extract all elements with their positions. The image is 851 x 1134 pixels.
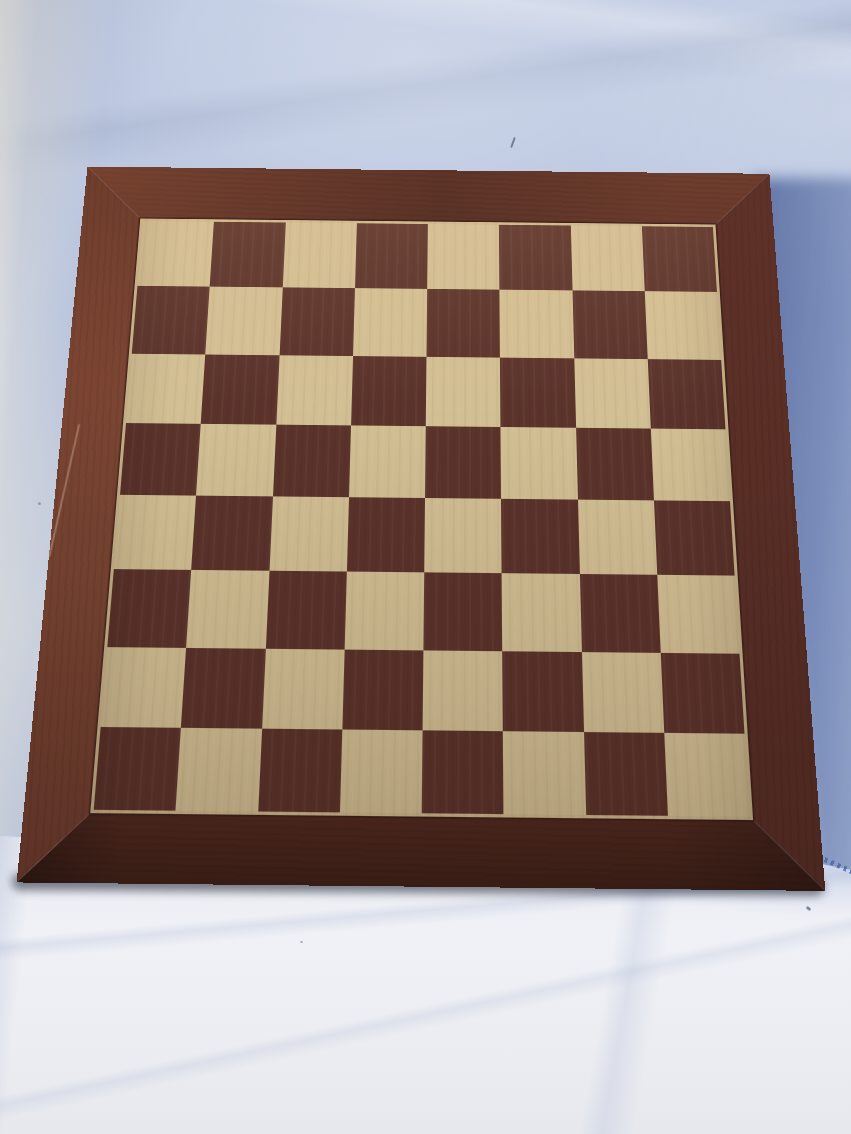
square-b8 — [210, 222, 285, 288]
square-c1 — [258, 728, 342, 812]
square-c7 — [279, 288, 355, 356]
square-e8 — [427, 224, 499, 290]
square-f5 — [501, 427, 578, 500]
square-h2 — [660, 652, 744, 733]
square-c8 — [282, 223, 356, 289]
lint-speck — [300, 941, 303, 943]
square-g8 — [570, 226, 644, 292]
square-a1 — [94, 727, 181, 811]
square-g1 — [584, 732, 668, 816]
square-h1 — [664, 733, 750, 817]
square-e7 — [426, 289, 500, 357]
square-a8 — [137, 221, 214, 287]
square-b5 — [196, 424, 276, 497]
scene — [0, 0, 851, 1134]
square-f7 — [500, 290, 574, 358]
square-d2 — [342, 649, 423, 730]
square-f4 — [501, 499, 579, 574]
square-e5 — [425, 426, 501, 499]
chessboard — [17, 167, 826, 891]
square-d6 — [351, 356, 427, 426]
square-c2 — [262, 648, 345, 729]
square-c6 — [276, 355, 353, 425]
square-g4 — [577, 500, 657, 575]
square-a2 — [101, 647, 187, 728]
square-e6 — [426, 356, 501, 426]
square-g7 — [572, 291, 647, 359]
square-e4 — [424, 498, 502, 573]
square-e2 — [423, 650, 503, 731]
square-a3 — [107, 569, 191, 647]
square-h8 — [642, 226, 717, 292]
square-f8 — [499, 225, 572, 291]
square-c4 — [269, 496, 349, 571]
lint-speck — [38, 502, 41, 505]
square-b7 — [205, 287, 282, 355]
square-d5 — [349, 425, 426, 498]
square-f1 — [503, 731, 586, 815]
square-e3 — [423, 573, 502, 651]
square-a6 — [126, 353, 205, 423]
square-e1 — [422, 730, 504, 814]
square-h3 — [657, 575, 739, 653]
square-c5 — [273, 424, 351, 497]
square-d1 — [340, 729, 423, 813]
square-b1 — [176, 728, 262, 812]
square-g2 — [581, 652, 664, 733]
square-b6 — [201, 354, 279, 424]
square-a4 — [114, 495, 196, 570]
square-g3 — [579, 574, 660, 652]
square-c3 — [265, 571, 346, 649]
square-h4 — [654, 500, 735, 575]
square-f3 — [502, 573, 582, 651]
square-h6 — [647, 359, 725, 429]
square-d8 — [355, 223, 428, 289]
square-f6 — [500, 357, 575, 427]
square-b4 — [191, 496, 272, 571]
square-d4 — [347, 497, 425, 572]
chessboard-grid — [90, 218, 753, 820]
square-b3 — [186, 570, 269, 648]
square-a7 — [132, 286, 210, 354]
square-h7 — [645, 291, 722, 359]
square-d7 — [353, 288, 427, 356]
square-g5 — [576, 428, 654, 501]
square-a5 — [120, 423, 201, 496]
square-f2 — [502, 651, 583, 732]
square-d3 — [344, 572, 424, 650]
square-b2 — [181, 647, 265, 728]
square-g6 — [574, 358, 651, 428]
square-h5 — [651, 428, 730, 501]
